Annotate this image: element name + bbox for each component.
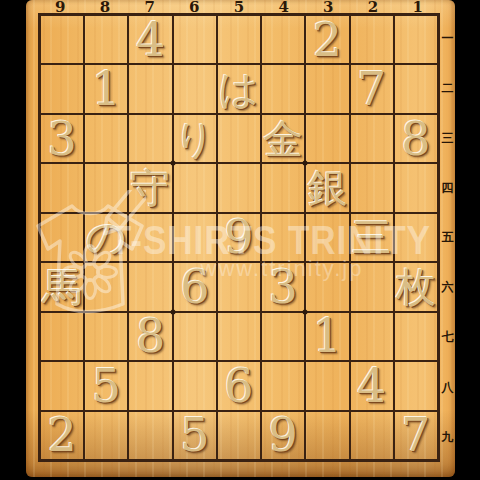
cell-glyph: 2	[313, 17, 342, 63]
cell-7四: 守	[128, 163, 172, 212]
cell-6二	[173, 64, 217, 113]
cell-glyph: は	[219, 69, 260, 109]
file-label-9: 9	[38, 0, 83, 14]
board-grid: 421は73り金8守銀の9三馬63枚815642597	[38, 13, 440, 462]
cell-8九	[84, 411, 128, 460]
cell-glyph: 3	[47, 116, 76, 162]
cell-9七	[40, 312, 84, 361]
cell-4二	[261, 64, 305, 113]
cell-7九	[128, 411, 172, 460]
file-label-2: 2	[351, 0, 396, 14]
cell-7一: 4	[128, 15, 172, 64]
cell-glyph: 6	[224, 363, 253, 409]
cell-2九	[350, 411, 394, 460]
cell-glyph: 9	[224, 214, 253, 260]
cell-glyph: 馬	[42, 267, 82, 307]
cell-3五	[305, 213, 349, 262]
file-label-3: 3	[306, 0, 351, 14]
cell-2六	[350, 262, 394, 311]
file-label-7: 7	[127, 0, 172, 14]
cell-1九: 7	[394, 411, 438, 460]
rank-label-3: 三	[440, 113, 455, 163]
cell-1五	[394, 213, 438, 262]
rank-label-5: 五	[440, 213, 455, 263]
rank-label-7: 七	[440, 312, 455, 362]
cell-4八	[261, 361, 305, 410]
cell-9八	[40, 361, 84, 410]
file-label-8: 8	[83, 0, 128, 14]
cell-9九: 2	[40, 411, 84, 460]
cell-7六	[128, 262, 172, 311]
cell-glyph: 金	[263, 119, 303, 159]
cell-4四	[261, 163, 305, 212]
file-label-4: 4	[261, 0, 306, 14]
cell-9六: 馬	[40, 262, 84, 311]
file-label-5: 5	[217, 0, 262, 14]
cell-2二: 7	[350, 64, 394, 113]
shogi-sudoku-design: 9 8 7 6 5 4 3 2 1 421は73り金8守銀の9三馬63枚8156…	[0, 0, 480, 480]
cell-4七	[261, 312, 305, 361]
cell-3一: 2	[305, 15, 349, 64]
cell-8七	[84, 312, 128, 361]
cell-7二	[128, 64, 172, 113]
cell-glyph: の	[86, 217, 127, 257]
cell-glyph: 7	[401, 412, 430, 458]
cell-9五	[40, 213, 84, 262]
star-point	[303, 161, 308, 166]
cell-2七	[350, 312, 394, 361]
cell-7三	[128, 114, 172, 163]
cell-8二: 1	[84, 64, 128, 113]
cell-2一	[350, 15, 394, 64]
cell-glyph: 三	[352, 217, 392, 257]
cell-4六: 3	[261, 262, 305, 311]
cell-4一	[261, 15, 305, 64]
cell-1四	[394, 163, 438, 212]
file-label-1: 1	[395, 0, 440, 14]
cell-6四	[173, 163, 217, 212]
cell-6九: 5	[173, 411, 217, 460]
cell-glyph: 7	[357, 66, 386, 112]
cell-5二: は	[217, 64, 261, 113]
cell-5九	[217, 411, 261, 460]
cell-glyph: 4	[357, 363, 386, 409]
cell-6八	[173, 361, 217, 410]
cell-glyph: り	[174, 119, 215, 159]
cell-6五	[173, 213, 217, 262]
rank-label-8: 八	[440, 362, 455, 412]
shogi-board: 9 8 7 6 5 4 3 2 1 421は73り金8守銀の9三馬63枚8156…	[26, 0, 455, 477]
cell-8八: 5	[84, 361, 128, 410]
cell-6三: り	[173, 114, 217, 163]
cell-8一	[84, 15, 128, 64]
cell-glyph: 5	[92, 363, 121, 409]
cell-8六	[84, 262, 128, 311]
cell-5六	[217, 262, 261, 311]
cell-7五	[128, 213, 172, 262]
cell-9三: 3	[40, 114, 84, 163]
cell-5四	[217, 163, 261, 212]
cell-1七	[394, 312, 438, 361]
cell-3二	[305, 64, 349, 113]
cell-glyph: 1	[92, 66, 121, 112]
cell-4五	[261, 213, 305, 262]
cell-2四	[350, 163, 394, 212]
cell-5七	[217, 312, 261, 361]
cell-glyph: 守	[131, 168, 171, 208]
cell-8四	[84, 163, 128, 212]
rank-label-9: 九	[440, 412, 455, 462]
cell-3七: 1	[305, 312, 349, 361]
cell-7七: 8	[128, 312, 172, 361]
star-point	[303, 310, 308, 315]
cell-glyph: 4	[136, 17, 165, 63]
cell-9一	[40, 15, 84, 64]
cell-1六: 枚	[394, 262, 438, 311]
cell-8五: の	[84, 213, 128, 262]
cell-9二	[40, 64, 84, 113]
cell-1一	[394, 15, 438, 64]
star-point	[171, 310, 176, 315]
cell-glyph: 1	[313, 313, 342, 359]
cell-5五: 9	[217, 213, 261, 262]
cell-8三	[84, 114, 128, 163]
star-point	[171, 161, 176, 166]
cell-5一	[217, 15, 261, 64]
cell-glyph: 5	[180, 412, 209, 458]
cell-glyph: 9	[269, 412, 298, 458]
cell-4九: 9	[261, 411, 305, 460]
cell-2五: 三	[350, 213, 394, 262]
rank-label-1: 一	[440, 13, 455, 63]
cell-glyph: 銀	[307, 168, 347, 208]
cell-glyph: 3	[269, 264, 298, 310]
file-label-6: 6	[172, 0, 217, 14]
cell-glyph: 8	[136, 313, 165, 359]
rank-labels: 一 二 三 四 五 六 七 八 九	[440, 13, 455, 462]
cell-4三: 金	[261, 114, 305, 163]
rank-label-4: 四	[440, 163, 455, 213]
rank-label-2: 二	[440, 63, 455, 113]
cell-9四	[40, 163, 84, 212]
cell-6七	[173, 312, 217, 361]
cell-6六: 6	[173, 262, 217, 311]
cell-7八	[128, 361, 172, 410]
cell-3六	[305, 262, 349, 311]
cell-1三: 8	[394, 114, 438, 163]
rank-label-6: 六	[440, 262, 455, 312]
cell-2八: 4	[350, 361, 394, 410]
cell-3九	[305, 411, 349, 460]
file-labels: 9 8 7 6 5 4 3 2 1	[38, 0, 440, 13]
cell-glyph: 8	[401, 116, 430, 162]
cell-3三	[305, 114, 349, 163]
cell-glyph: 6	[180, 264, 209, 310]
cell-5三	[217, 114, 261, 163]
cell-glyph: 枚	[396, 267, 436, 307]
cell-1八	[394, 361, 438, 410]
cell-6一	[173, 15, 217, 64]
cell-1二	[394, 64, 438, 113]
cell-5八: 6	[217, 361, 261, 410]
cell-3八	[305, 361, 349, 410]
cell-2三	[350, 114, 394, 163]
cell-3四: 銀	[305, 163, 349, 212]
cell-glyph: 2	[47, 412, 76, 458]
